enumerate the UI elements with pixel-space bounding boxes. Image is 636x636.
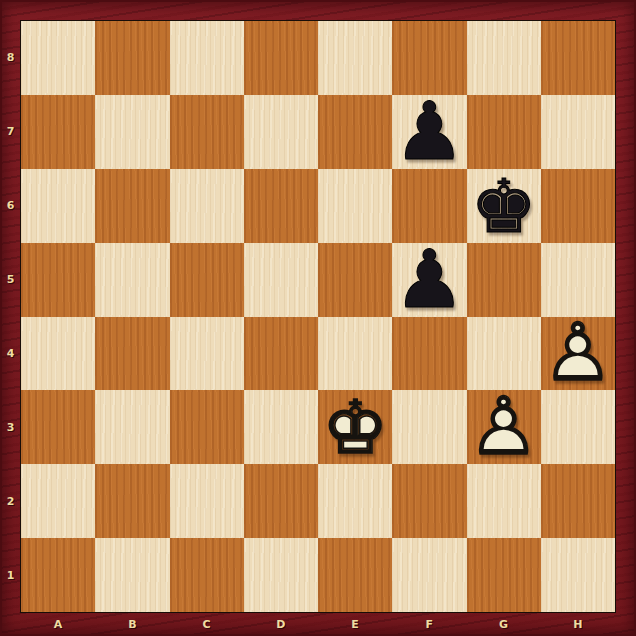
square-f6[interactable] [392,169,466,243]
square-e5[interactable] [318,243,392,317]
square-b5[interactable] [95,243,169,317]
square-g4[interactable] [467,317,541,391]
square-e2[interactable] [318,464,392,538]
square-c6[interactable] [170,169,244,243]
file-labels: ABCDEFGH [21,612,615,636]
square-c5[interactable] [170,243,244,317]
square-b4[interactable] [95,317,169,391]
white-king-outline-glyph: ♔ [322,390,388,464]
square-f8[interactable] [392,21,466,95]
square-g7[interactable] [467,95,541,169]
rank-label-6: 6 [0,169,21,243]
square-c1[interactable] [170,538,244,612]
square-d7[interactable] [244,95,318,169]
rank-label-1: 1 [0,538,21,612]
square-a8[interactable] [21,21,95,95]
square-h1[interactable] [541,538,615,612]
square-g1[interactable] [467,538,541,612]
square-g8[interactable] [467,21,541,95]
file-label-f: F [392,612,466,636]
black-pawn-glyph: ♟ [394,240,466,320]
white-king[interactable]: ♚♔ [318,390,392,464]
square-f1[interactable] [392,538,466,612]
square-a2[interactable] [21,464,95,538]
file-label-e: E [318,612,392,636]
square-e8[interactable] [318,21,392,95]
square-e4[interactable] [318,317,392,391]
white-pawn[interactable]: ♟♙ [467,390,541,464]
square-a5[interactable] [21,243,95,317]
chess-board-frame: ♟♚♟♟♙♚♔♟♙ 87654321 ABCDEFGH [0,0,636,636]
square-a4[interactable] [21,317,95,391]
square-b6[interactable] [95,169,169,243]
square-b8[interactable] [95,21,169,95]
square-b7[interactable] [95,95,169,169]
black-pawn-glyph: ♟ [394,92,466,172]
square-g2[interactable] [467,464,541,538]
white-pawn-outline-glyph: ♙ [542,313,614,393]
square-e1[interactable] [318,538,392,612]
rank-label-7: 7 [0,95,21,169]
rank-label-5: 5 [0,243,21,317]
square-b2[interactable] [95,464,169,538]
square-g6[interactable]: ♚ [467,169,541,243]
square-g5[interactable] [467,243,541,317]
square-f7[interactable]: ♟ [392,95,466,169]
black-king-glyph: ♚ [470,169,536,243]
rank-label-4: 4 [0,317,21,391]
file-label-c: C [170,612,244,636]
square-h2[interactable] [541,464,615,538]
square-a7[interactable] [21,95,95,169]
square-e7[interactable] [318,95,392,169]
file-label-h: H [541,612,615,636]
file-label-b: B [95,612,169,636]
square-h7[interactable] [541,95,615,169]
square-e6[interactable] [318,169,392,243]
square-a1[interactable] [21,538,95,612]
square-d4[interactable] [244,317,318,391]
file-label-d: D [244,612,318,636]
square-a3[interactable] [21,390,95,464]
file-label-g: G [467,612,541,636]
square-d1[interactable] [244,538,318,612]
square-d6[interactable] [244,169,318,243]
square-c3[interactable] [170,390,244,464]
square-e3[interactable]: ♚♔ [318,390,392,464]
white-pawn[interactable]: ♟♙ [541,317,615,391]
square-g3[interactable]: ♟♙ [467,390,541,464]
black-king[interactable]: ♚ [467,169,541,243]
square-a6[interactable] [21,169,95,243]
rank-label-3: 3 [0,390,21,464]
black-pawn[interactable]: ♟ [392,243,466,317]
square-c2[interactable] [170,464,244,538]
chess-board: ♟♚♟♟♙♚♔♟♙ [21,21,615,612]
black-pawn[interactable]: ♟ [392,95,466,169]
square-f2[interactable] [392,464,466,538]
rank-labels: 87654321 [0,21,21,612]
file-label-a: A [21,612,95,636]
rank-label-2: 2 [0,464,21,538]
square-f3[interactable] [392,390,466,464]
square-b3[interactable] [95,390,169,464]
square-b1[interactable] [95,538,169,612]
rank-label-8: 8 [0,21,21,95]
square-h5[interactable] [541,243,615,317]
square-h4[interactable]: ♟♙ [541,317,615,391]
square-f4[interactable] [392,317,466,391]
square-h6[interactable] [541,169,615,243]
square-f5[interactable]: ♟ [392,243,466,317]
square-c8[interactable] [170,21,244,95]
square-d3[interactable] [244,390,318,464]
square-c4[interactable] [170,317,244,391]
square-h3[interactable] [541,390,615,464]
square-h8[interactable] [541,21,615,95]
square-d2[interactable] [244,464,318,538]
square-c7[interactable] [170,95,244,169]
square-d5[interactable] [244,243,318,317]
white-pawn-outline-glyph: ♙ [468,387,540,467]
square-d8[interactable] [244,21,318,95]
